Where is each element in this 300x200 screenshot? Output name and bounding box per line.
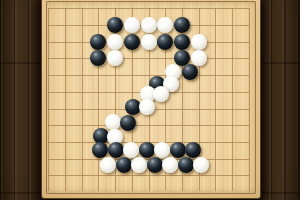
table-wood-left <box>0 0 46 200</box>
board-surface[interactable] <box>46 1 256 194</box>
go-board <box>41 0 261 199</box>
table-scene <box>0 0 300 200</box>
